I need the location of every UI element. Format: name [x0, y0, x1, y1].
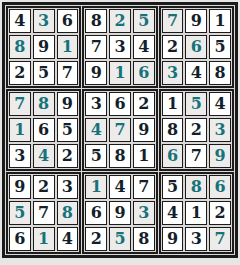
cell-r3c4[interactable]: 9	[85, 61, 107, 85]
cell-r4c7[interactable]: 1	[162, 92, 184, 116]
cell-r4c9[interactable]: 4	[209, 92, 231, 116]
cell-r7c1[interactable]: 9	[9, 175, 31, 199]
cell-r3c7[interactable]: 3	[162, 61, 184, 85]
cell-r7c8[interactable]: 8	[185, 175, 207, 199]
cell-r1c4[interactable]: 8	[85, 9, 107, 33]
cell-r8c7[interactable]: 4	[162, 201, 184, 225]
cell-r1c2[interactable]: 3	[33, 9, 55, 33]
cell-r1c7[interactable]: 7	[162, 9, 184, 33]
cell-r5c5[interactable]: 7	[109, 118, 131, 142]
cell-r6c2[interactable]: 4	[33, 144, 55, 168]
cell-r2c8[interactable]: 6	[185, 35, 207, 59]
cell-r8c5[interactable]: 9	[109, 201, 131, 225]
sudoku-board-wrap: 4368912578257349167912653487891653423624…	[0, 0, 240, 265]
cell-r8c2[interactable]: 7	[33, 201, 55, 225]
cell-r8c9[interactable]: 2	[209, 201, 231, 225]
cell-r2c3[interactable]: 1	[57, 35, 79, 59]
cell-r7c5[interactable]: 4	[109, 175, 131, 199]
cell-r3c6[interactable]: 6	[133, 61, 155, 85]
cell-r5c6[interactable]: 9	[133, 118, 155, 142]
cell-r7c4[interactable]: 1	[85, 175, 107, 199]
cell-r2c9[interactable]: 5	[209, 35, 231, 59]
cell-r4c8[interactable]: 5	[185, 92, 207, 116]
cell-r7c9[interactable]: 6	[209, 175, 231, 199]
cell-r7c7[interactable]: 5	[162, 175, 184, 199]
cell-r5c9[interactable]: 3	[209, 118, 231, 142]
cell-r2c4[interactable]: 7	[85, 35, 107, 59]
sudoku-box-6: 154823679	[159, 89, 234, 171]
cell-r9c6[interactable]: 8	[133, 227, 155, 251]
sudoku-box-1: 436891257	[6, 6, 81, 88]
cell-r3c1[interactable]: 2	[9, 61, 31, 85]
sudoku-box-8: 147693258	[82, 172, 157, 254]
cell-r3c9[interactable]: 8	[209, 61, 231, 85]
cell-r4c3[interactable]: 9	[57, 92, 79, 116]
cell-r9c4[interactable]: 2	[85, 227, 107, 251]
cell-r9c7[interactable]: 9	[162, 227, 184, 251]
cell-r2c1[interactable]: 8	[9, 35, 31, 59]
cell-r2c7[interactable]: 2	[162, 35, 184, 59]
cell-r6c9[interactable]: 9	[209, 144, 231, 168]
cell-r6c8[interactable]: 7	[185, 144, 207, 168]
sudoku-box-4: 789165342	[6, 89, 81, 171]
cell-r8c4[interactable]: 6	[85, 201, 107, 225]
cell-r1c9[interactable]: 1	[209, 9, 231, 33]
cell-r7c3[interactable]: 3	[57, 175, 79, 199]
cell-r1c1[interactable]: 4	[9, 9, 31, 33]
cell-r9c8[interactable]: 3	[185, 227, 207, 251]
cell-r1c5[interactable]: 2	[109, 9, 131, 33]
cell-r8c3[interactable]: 8	[57, 201, 79, 225]
cell-r8c6[interactable]: 3	[133, 201, 155, 225]
cell-r6c5[interactable]: 8	[109, 144, 131, 168]
cell-r9c5[interactable]: 5	[109, 227, 131, 251]
cell-r8c8[interactable]: 1	[185, 201, 207, 225]
sudoku-box-3: 791265348	[159, 6, 234, 88]
cell-r5c4[interactable]: 4	[85, 118, 107, 142]
sudoku-board: 4368912578257349167912653487891653423624…	[2, 2, 238, 258]
cell-r9c3[interactable]: 4	[57, 227, 79, 251]
cell-r6c7[interactable]: 6	[162, 144, 184, 168]
cell-r7c6[interactable]: 7	[133, 175, 155, 199]
sudoku-box-5: 362479581	[82, 89, 157, 171]
cell-r9c2[interactable]: 1	[33, 227, 55, 251]
cell-r3c5[interactable]: 1	[109, 61, 131, 85]
cell-r6c6[interactable]: 1	[133, 144, 155, 168]
cell-r5c7[interactable]: 8	[162, 118, 184, 142]
cell-r8c1[interactable]: 5	[9, 201, 31, 225]
cell-r9c1[interactable]: 6	[9, 227, 31, 251]
cell-r3c2[interactable]: 5	[33, 61, 55, 85]
cell-r5c2[interactable]: 6	[33, 118, 55, 142]
cell-r3c3[interactable]: 7	[57, 61, 79, 85]
cell-r6c3[interactable]: 2	[57, 144, 79, 168]
cell-r4c2[interactable]: 8	[33, 92, 55, 116]
sudoku-box-7: 923578614	[6, 172, 81, 254]
cell-r4c6[interactable]: 2	[133, 92, 155, 116]
cell-r2c5[interactable]: 3	[109, 35, 131, 59]
sudoku-box-9: 586412937	[159, 172, 234, 254]
cell-r2c6[interactable]: 4	[133, 35, 155, 59]
cell-r9c9[interactable]: 7	[209, 227, 231, 251]
cell-r5c8[interactable]: 2	[185, 118, 207, 142]
cell-r4c1[interactable]: 7	[9, 92, 31, 116]
cell-r1c6[interactable]: 5	[133, 9, 155, 33]
cell-r5c1[interactable]: 1	[9, 118, 31, 142]
cell-r1c3[interactable]: 6	[57, 9, 79, 33]
cell-r7c2[interactable]: 2	[33, 175, 55, 199]
cell-r2c2[interactable]: 9	[33, 35, 55, 59]
cell-r5c3[interactable]: 5	[57, 118, 79, 142]
cell-r4c4[interactable]: 3	[85, 92, 107, 116]
cell-r6c4[interactable]: 5	[85, 144, 107, 168]
sudoku-box-2: 825734916	[82, 6, 157, 88]
cell-r3c8[interactable]: 4	[185, 61, 207, 85]
cell-r4c5[interactable]: 6	[109, 92, 131, 116]
cell-r6c1[interactable]: 3	[9, 144, 31, 168]
cell-r1c8[interactable]: 9	[185, 9, 207, 33]
